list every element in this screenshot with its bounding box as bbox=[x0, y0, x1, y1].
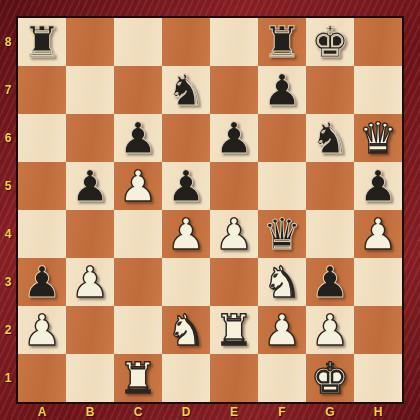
square-e4[interactable]: ♟ bbox=[210, 210, 258, 258]
piece-black-queen[interactable]: ♛ bbox=[258, 210, 306, 258]
square-f5[interactable] bbox=[258, 162, 306, 210]
square-a2[interactable]: ♟ bbox=[18, 306, 66, 354]
square-f8[interactable]: ♜ bbox=[258, 18, 306, 66]
square-h1[interactable] bbox=[354, 354, 402, 402]
square-h3[interactable] bbox=[354, 258, 402, 306]
rank-label: 6 bbox=[0, 114, 16, 162]
square-c7[interactable] bbox=[114, 66, 162, 114]
square-f3[interactable]: ♞ bbox=[258, 258, 306, 306]
file-label: C bbox=[114, 404, 162, 420]
square-d1[interactable] bbox=[162, 354, 210, 402]
chess-board[interactable]: ♜♜♚♞♟♟♟♞♛♟♟♟♟♟♟♛♟♟♟♞♟♟♞♜♟♟♜♚ bbox=[16, 16, 404, 404]
file-label: H bbox=[354, 404, 402, 420]
square-d6[interactable] bbox=[162, 114, 210, 162]
square-c1[interactable]: ♜ bbox=[114, 354, 162, 402]
piece-black-pawn[interactable]: ♟ bbox=[354, 162, 402, 210]
square-g4[interactable] bbox=[306, 210, 354, 258]
square-g2[interactable]: ♟ bbox=[306, 306, 354, 354]
piece-white-knight[interactable]: ♞ bbox=[162, 306, 210, 354]
square-h8[interactable] bbox=[354, 18, 402, 66]
square-c2[interactable] bbox=[114, 306, 162, 354]
piece-black-king[interactable]: ♚ bbox=[306, 18, 354, 66]
square-c3[interactable] bbox=[114, 258, 162, 306]
piece-black-knight[interactable]: ♞ bbox=[306, 114, 354, 162]
square-c6[interactable]: ♟ bbox=[114, 114, 162, 162]
piece-white-knight[interactable]: ♞ bbox=[258, 258, 306, 306]
square-h7[interactable] bbox=[354, 66, 402, 114]
square-b2[interactable] bbox=[66, 306, 114, 354]
rank-label: 1 bbox=[0, 354, 16, 402]
square-e2[interactable]: ♜ bbox=[210, 306, 258, 354]
file-label: B bbox=[66, 404, 114, 420]
square-h2[interactable] bbox=[354, 306, 402, 354]
square-b1[interactable] bbox=[66, 354, 114, 402]
square-b3[interactable]: ♟ bbox=[66, 258, 114, 306]
square-g5[interactable] bbox=[306, 162, 354, 210]
square-g8[interactable]: ♚ bbox=[306, 18, 354, 66]
rank-label: 7 bbox=[0, 66, 16, 114]
square-e1[interactable] bbox=[210, 354, 258, 402]
piece-white-rook[interactable]: ♜ bbox=[114, 354, 162, 402]
piece-white-pawn[interactable]: ♟ bbox=[114, 162, 162, 210]
file-label: D bbox=[162, 404, 210, 420]
square-a3[interactable]: ♟ bbox=[18, 258, 66, 306]
rank-label: 4 bbox=[0, 210, 16, 258]
square-a6[interactable] bbox=[18, 114, 66, 162]
square-d4[interactable]: ♟ bbox=[162, 210, 210, 258]
file-label: E bbox=[210, 404, 258, 420]
square-h5[interactable]: ♟ bbox=[354, 162, 402, 210]
square-b8[interactable] bbox=[66, 18, 114, 66]
square-f1[interactable] bbox=[258, 354, 306, 402]
piece-white-pawn[interactable]: ♟ bbox=[258, 306, 306, 354]
square-d8[interactable] bbox=[162, 18, 210, 66]
piece-white-pawn[interactable]: ♟ bbox=[210, 210, 258, 258]
square-e8[interactable] bbox=[210, 18, 258, 66]
square-d5[interactable]: ♟ bbox=[162, 162, 210, 210]
rank-label: 2 bbox=[0, 306, 16, 354]
piece-black-knight[interactable]: ♞ bbox=[162, 66, 210, 114]
piece-white-rook[interactable]: ♜ bbox=[210, 306, 258, 354]
piece-black-pawn[interactable]: ♟ bbox=[18, 258, 66, 306]
square-b7[interactable] bbox=[66, 66, 114, 114]
square-g3[interactable]: ♟ bbox=[306, 258, 354, 306]
rank-label: 8 bbox=[0, 18, 16, 66]
square-f2[interactable]: ♟ bbox=[258, 306, 306, 354]
file-label: A bbox=[18, 404, 66, 420]
rank-label: 5 bbox=[0, 162, 16, 210]
square-c4[interactable] bbox=[114, 210, 162, 258]
piece-white-queen[interactable]: ♛ bbox=[354, 114, 402, 162]
piece-black-rook[interactable]: ♜ bbox=[258, 18, 306, 66]
square-e7[interactable] bbox=[210, 66, 258, 114]
square-b5[interactable]: ♟ bbox=[66, 162, 114, 210]
square-e6[interactable]: ♟ bbox=[210, 114, 258, 162]
square-d7[interactable]: ♞ bbox=[162, 66, 210, 114]
square-b4[interactable] bbox=[66, 210, 114, 258]
file-label: G bbox=[306, 404, 354, 420]
square-g1[interactable]: ♚ bbox=[306, 354, 354, 402]
square-f7[interactable]: ♟ bbox=[258, 66, 306, 114]
chess-board-frame: 87654321 ♜♜♚♞♟♟♟♞♛♟♟♟♟♟♟♛♟♟♟♞♟♟♞♜♟♟♜♚ AB… bbox=[0, 0, 420, 420]
square-h6[interactable]: ♛ bbox=[354, 114, 402, 162]
square-e5[interactable] bbox=[210, 162, 258, 210]
square-a4[interactable] bbox=[18, 210, 66, 258]
square-h4[interactable]: ♟ bbox=[354, 210, 402, 258]
piece-white-pawn[interactable]: ♟ bbox=[66, 258, 114, 306]
file-label: F bbox=[258, 404, 306, 420]
piece-black-pawn[interactable]: ♟ bbox=[66, 162, 114, 210]
rank-labels: 87654321 bbox=[0, 18, 16, 402]
square-d3[interactable] bbox=[162, 258, 210, 306]
square-f4[interactable]: ♛ bbox=[258, 210, 306, 258]
square-d2[interactable]: ♞ bbox=[162, 306, 210, 354]
square-f6[interactable] bbox=[258, 114, 306, 162]
square-a8[interactable]: ♜ bbox=[18, 18, 66, 66]
piece-black-pawn[interactable]: ♟ bbox=[306, 258, 354, 306]
piece-white-pawn[interactable]: ♟ bbox=[162, 210, 210, 258]
square-c8[interactable] bbox=[114, 18, 162, 66]
file-labels: ABCDEFGH bbox=[18, 404, 402, 420]
square-a5[interactable] bbox=[18, 162, 66, 210]
piece-white-pawn[interactable]: ♟ bbox=[306, 306, 354, 354]
square-a7[interactable] bbox=[18, 66, 66, 114]
piece-black-pawn[interactable]: ♟ bbox=[210, 114, 258, 162]
piece-black-pawn[interactable]: ♟ bbox=[258, 66, 306, 114]
piece-white-pawn[interactable]: ♟ bbox=[354, 210, 402, 258]
square-c5[interactable]: ♟ bbox=[114, 162, 162, 210]
rank-label: 3 bbox=[0, 258, 16, 306]
square-e3[interactable] bbox=[210, 258, 258, 306]
piece-black-pawn[interactable]: ♟ bbox=[162, 162, 210, 210]
square-b6[interactable] bbox=[66, 114, 114, 162]
piece-white-pawn[interactable]: ♟ bbox=[18, 306, 66, 354]
piece-white-king[interactable]: ♚ bbox=[306, 354, 354, 402]
piece-black-pawn[interactable]: ♟ bbox=[114, 114, 162, 162]
square-g6[interactable]: ♞ bbox=[306, 114, 354, 162]
square-a1[interactable] bbox=[18, 354, 66, 402]
piece-black-rook[interactable]: ♜ bbox=[18, 18, 66, 66]
square-g7[interactable] bbox=[306, 66, 354, 114]
